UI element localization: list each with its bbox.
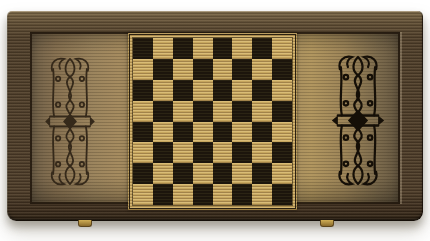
square-b1[interactable] (153, 184, 173, 205)
square-e8[interactable] (213, 38, 233, 59)
square-a3[interactable] (133, 142, 153, 163)
square-f6[interactable] (232, 80, 252, 101)
square-b5[interactable] (153, 101, 173, 122)
square-g5[interactable] (252, 101, 272, 122)
square-e7[interactable] (213, 59, 233, 80)
square-b6[interactable] (153, 80, 173, 101)
square-h2[interactable] (272, 163, 292, 184)
square-h8[interactable] (272, 38, 292, 59)
square-f7[interactable] (232, 59, 252, 80)
square-e3[interactable] (213, 142, 233, 163)
square-b2[interactable] (153, 163, 173, 184)
square-d7[interactable] (193, 59, 213, 80)
square-e5[interactable] (213, 101, 233, 122)
square-h7[interactable] (272, 59, 292, 80)
square-a6[interactable] (133, 80, 153, 101)
product-photo-backgammon-case (0, 0, 430, 241)
square-d2[interactable] (193, 163, 213, 184)
square-b3[interactable] (153, 142, 173, 163)
square-g8[interactable] (252, 38, 272, 59)
square-h4[interactable] (272, 122, 292, 143)
square-g4[interactable] (252, 122, 272, 143)
square-c3[interactable] (173, 142, 193, 163)
square-d8[interactable] (193, 38, 213, 59)
square-e6[interactable] (213, 80, 233, 101)
square-a7[interactable] (133, 59, 153, 80)
chessboard (133, 38, 292, 205)
square-a2[interactable] (133, 163, 153, 184)
square-b4[interactable] (153, 122, 173, 143)
square-d4[interactable] (193, 122, 213, 143)
square-f4[interactable] (232, 122, 252, 143)
square-c5[interactable] (173, 101, 193, 122)
square-c6[interactable] (173, 80, 193, 101)
square-h3[interactable] (272, 142, 292, 163)
square-c4[interactable] (173, 122, 193, 143)
square-g3[interactable] (252, 142, 272, 163)
square-a1[interactable] (133, 184, 153, 205)
backgammon-case (7, 11, 423, 221)
square-b8[interactable] (153, 38, 173, 59)
square-a5[interactable] (133, 101, 153, 122)
square-e2[interactable] (213, 163, 233, 184)
square-h5[interactable] (272, 101, 292, 122)
square-g1[interactable] (252, 184, 272, 205)
square-c2[interactable] (173, 163, 193, 184)
square-f2[interactable] (232, 163, 252, 184)
square-h1[interactable] (272, 184, 292, 205)
chessboard-panel (128, 33, 297, 210)
square-a8[interactable] (133, 38, 153, 59)
square-d5[interactable] (193, 101, 213, 122)
square-d1[interactable] (193, 184, 213, 205)
square-d6[interactable] (193, 80, 213, 101)
square-e1[interactable] (213, 184, 233, 205)
square-d3[interactable] (193, 142, 213, 163)
square-c7[interactable] (173, 59, 193, 80)
square-c1[interactable] (173, 184, 193, 205)
hinge-left (78, 220, 92, 227)
square-e4[interactable] (213, 122, 233, 143)
square-f5[interactable] (232, 101, 252, 122)
square-g2[interactable] (252, 163, 272, 184)
square-f1[interactable] (232, 184, 252, 205)
square-b7[interactable] (153, 59, 173, 80)
square-a4[interactable] (133, 122, 153, 143)
square-c8[interactable] (173, 38, 193, 59)
square-g7[interactable] (252, 59, 272, 80)
hinge-right (320, 220, 334, 227)
square-f8[interactable] (232, 38, 252, 59)
square-g6[interactable] (252, 80, 272, 101)
square-f3[interactable] (232, 142, 252, 163)
square-h6[interactable] (272, 80, 292, 101)
